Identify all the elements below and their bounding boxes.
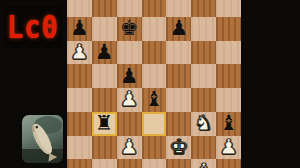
chess-piece-bp[interactable]: ♟: [117, 64, 142, 88]
board-square[interactable]: ♞: [191, 112, 216, 136]
chess-piece-bp[interactable]: ♟: [92, 41, 117, 65]
chess-piece-bp[interactable]: ♟: [67, 17, 92, 41]
board-square[interactable]: [216, 88, 241, 112]
board-square[interactable]: [166, 88, 191, 112]
chess-piece-bb[interactable]: ♝: [142, 88, 167, 112]
board-square[interactable]: [92, 0, 117, 17]
chess-piece-wp[interactable]: ♟: [216, 136, 241, 160]
board-square[interactable]: [117, 159, 142, 168]
board-square[interactable]: ♝: [191, 159, 216, 168]
chess-piece-wb[interactable]: ♝: [191, 159, 216, 168]
board-square[interactable]: [92, 88, 117, 112]
board-square[interactable]: ♚: [166, 136, 191, 160]
chess-piece-bb[interactable]: ♝: [216, 112, 241, 136]
board-square[interactable]: ♟: [117, 64, 142, 88]
board-square[interactable]: [142, 136, 167, 160]
board-square[interactable]: ♟: [117, 136, 142, 160]
left-panel: Lc0: [0, 0, 67, 168]
chess-piece-br[interactable]: ♜: [92, 112, 117, 136]
board-square[interactable]: [117, 112, 142, 136]
chess-piece-wp[interactable]: ♟: [117, 88, 142, 112]
board-viewport: ♟♚♟♟♟♟♟♝♜♞♝♟♚♟♝: [67, 0, 241, 168]
clock-display: Lc0: [4, 6, 62, 48]
board-square[interactable]: ♟: [166, 17, 191, 41]
chess-piece-wp[interactable]: ♟: [67, 41, 92, 65]
board-square[interactable]: [67, 88, 92, 112]
board-square[interactable]: ♟: [67, 17, 92, 41]
board-square[interactable]: [191, 0, 216, 17]
board-square[interactable]: [67, 0, 92, 17]
chess-piece-wk[interactable]: ♚: [166, 136, 191, 160]
board-square[interactable]: [142, 64, 167, 88]
board-square[interactable]: [191, 88, 216, 112]
board-square[interactable]: [142, 0, 167, 17]
board-square[interactable]: [216, 64, 241, 88]
board-square[interactable]: [117, 0, 142, 17]
chess-piece-bk[interactable]: ♚: [117, 17, 142, 41]
board-square[interactable]: ♟: [67, 41, 92, 65]
board-square[interactable]: [191, 64, 216, 88]
board-square[interactable]: ♚: [117, 17, 142, 41]
board-square[interactable]: ♟: [216, 136, 241, 160]
board-square[interactable]: [67, 112, 92, 136]
chess-piece-wp[interactable]: ♟: [117, 136, 142, 160]
board-square[interactable]: [142, 17, 167, 41]
board-square[interactable]: [92, 17, 117, 41]
board-square[interactable]: [166, 41, 191, 65]
board-square[interactable]: [166, 64, 191, 88]
board-square[interactable]: [216, 41, 241, 65]
board-square[interactable]: [216, 159, 241, 168]
board-square[interactable]: [166, 112, 191, 136]
board-square[interactable]: [67, 159, 92, 168]
board-square[interactable]: [92, 64, 117, 88]
board-square[interactable]: ♝: [142, 88, 167, 112]
board-square[interactable]: ♝: [216, 112, 241, 136]
board-square[interactable]: [166, 159, 191, 168]
webcam-thumbnail: [22, 115, 63, 163]
board-square[interactable]: [142, 41, 167, 65]
board-square[interactable]: [142, 112, 167, 136]
board-square[interactable]: [216, 17, 241, 41]
stream-frame: Lc0 ♟♚♟♟♟♟♟♝♜♞♝♟♚♟♝: [0, 0, 300, 168]
chess-board: ♟♚♟♟♟♟♟♝♜♞♝♟♚♟♝: [67, 0, 241, 168]
board-square[interactable]: ♜: [92, 112, 117, 136]
board-square[interactable]: [142, 159, 167, 168]
board-square[interactable]: [67, 64, 92, 88]
board-square[interactable]: [92, 136, 117, 160]
board-square[interactable]: ♟: [117, 88, 142, 112]
board-square[interactable]: [67, 136, 92, 160]
chess-piece-bp[interactable]: ♟: [166, 17, 191, 41]
board-square[interactable]: [191, 41, 216, 65]
board-square[interactable]: [191, 17, 216, 41]
chess-piece-wn[interactable]: ♞: [191, 112, 216, 136]
right-letterbox: [241, 0, 300, 168]
engine-name-readout: Lc0: [7, 11, 59, 42]
board-square[interactable]: [166, 0, 191, 17]
board-square[interactable]: [216, 0, 241, 17]
board-square[interactable]: ♟: [92, 41, 117, 65]
board-square[interactable]: [191, 136, 216, 160]
board-square[interactable]: [92, 159, 117, 168]
board-square[interactable]: [117, 41, 142, 65]
fish-icon: [22, 115, 63, 163]
